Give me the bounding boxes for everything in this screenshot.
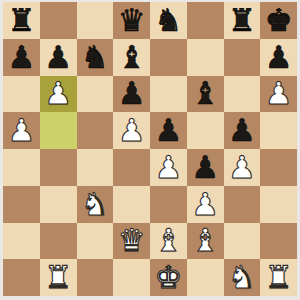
square-c7[interactable]: ♞ [77,39,114,76]
square-c3[interactable]: ♞ [77,186,114,223]
square-d3[interactable] [113,186,150,223]
square-f8[interactable] [187,2,224,39]
square-g1[interactable]: ♞ [224,259,261,296]
square-h4[interactable] [260,149,297,186]
piece-white-pawn[interactable]: ♟ [191,189,219,220]
square-a1[interactable] [3,259,40,296]
square-b8[interactable] [40,2,77,39]
piece-black-bishop[interactable]: ♝ [191,78,219,109]
square-b5[interactable] [40,112,77,149]
square-d4[interactable] [113,149,150,186]
piece-black-queen[interactable]: ♛ [118,5,146,36]
square-g5[interactable]: ♟ [224,112,261,149]
square-g4[interactable]: ♟ [224,149,261,186]
square-b1[interactable]: ♜ [40,259,77,296]
square-h2[interactable] [260,223,297,260]
square-f3[interactable]: ♟ [187,186,224,223]
square-g2[interactable] [224,223,261,260]
piece-black-pawn[interactable]: ♟ [265,42,293,73]
square-b6[interactable]: ♟ [40,76,77,113]
square-f1[interactable] [187,259,224,296]
square-e2[interactable]: ♝ [150,223,187,260]
square-b7[interactable]: ♟ [40,39,77,76]
square-b3[interactable] [40,186,77,223]
square-f6[interactable]: ♝ [187,76,224,113]
square-c4[interactable] [77,149,114,186]
piece-white-pawn[interactable]: ♟ [7,115,35,146]
square-f2[interactable]: ♝ [187,223,224,260]
square-a4[interactable] [3,149,40,186]
square-g7[interactable] [224,39,261,76]
square-a3[interactable] [3,186,40,223]
piece-black-knight[interactable]: ♞ [154,5,182,36]
piece-black-pawn[interactable]: ♟ [228,115,256,146]
piece-black-rook[interactable]: ♜ [7,5,35,36]
piece-white-knight[interactable]: ♞ [81,189,109,220]
square-e5[interactable]: ♟ [150,112,187,149]
square-d1[interactable] [113,259,150,296]
piece-black-pawn[interactable]: ♟ [118,78,146,109]
piece-black-pawn[interactable]: ♟ [154,115,182,146]
square-e3[interactable] [150,186,187,223]
square-g3[interactable] [224,186,261,223]
piece-white-bishop[interactable]: ♝ [191,225,219,256]
piece-black-rook[interactable]: ♜ [228,5,256,36]
square-a8[interactable]: ♜ [3,2,40,39]
square-a5[interactable]: ♟ [3,112,40,149]
square-f7[interactable] [187,39,224,76]
piece-black-pawn[interactable]: ♟ [7,42,35,73]
square-h1[interactable]: ♜ [260,259,297,296]
square-d7[interactable]: ♝ [113,39,150,76]
piece-white-rook[interactable]: ♜ [265,262,293,293]
square-f5[interactable] [187,112,224,149]
square-e4[interactable]: ♟ [150,149,187,186]
piece-white-bishop[interactable]: ♝ [154,225,182,256]
piece-white-pawn[interactable]: ♟ [44,78,72,109]
square-c1[interactable] [77,259,114,296]
square-c2[interactable] [77,223,114,260]
square-e1[interactable]: ♚ [150,259,187,296]
square-g6[interactable] [224,76,261,113]
piece-white-queen[interactable]: ♛ [118,225,146,256]
square-c6[interactable] [77,76,114,113]
piece-black-pawn[interactable]: ♟ [191,152,219,183]
chess-board: ♜♛♞♜♚♟♟♞♝♟♟♟♝♟♟♟♟♟♟♟♟♞♟♛♝♝♜♚♞♜ [3,2,297,296]
square-b4[interactable] [40,149,77,186]
square-h8[interactable]: ♚ [260,2,297,39]
square-e8[interactable]: ♞ [150,2,187,39]
piece-white-pawn[interactable]: ♟ [228,152,256,183]
piece-black-bishop[interactable]: ♝ [118,42,146,73]
piece-black-king[interactable]: ♚ [265,5,293,36]
piece-black-knight[interactable]: ♞ [81,42,109,73]
piece-white-king[interactable]: ♚ [154,262,182,293]
square-d2[interactable]: ♛ [113,223,150,260]
piece-black-pawn[interactable]: ♟ [44,42,72,73]
square-c8[interactable] [77,2,114,39]
square-f4[interactable]: ♟ [187,149,224,186]
square-a7[interactable]: ♟ [3,39,40,76]
piece-white-pawn[interactable]: ♟ [154,152,182,183]
square-h7[interactable]: ♟ [260,39,297,76]
square-d6[interactable]: ♟ [113,76,150,113]
square-b2[interactable] [40,223,77,260]
square-h3[interactable] [260,186,297,223]
square-e6[interactable] [150,76,187,113]
square-h6[interactable]: ♟ [260,76,297,113]
piece-white-pawn[interactable]: ♟ [265,78,293,109]
square-e7[interactable] [150,39,187,76]
square-a6[interactable] [3,76,40,113]
square-h5[interactable] [260,112,297,149]
piece-white-knight[interactable]: ♞ [228,262,256,293]
square-d8[interactable]: ♛ [113,2,150,39]
piece-white-rook[interactable]: ♜ [44,262,72,293]
square-a2[interactable] [3,223,40,260]
square-g8[interactable]: ♜ [224,2,261,39]
square-d5[interactable]: ♟ [113,112,150,149]
piece-white-pawn[interactable]: ♟ [118,115,146,146]
square-c5[interactable] [77,112,114,149]
